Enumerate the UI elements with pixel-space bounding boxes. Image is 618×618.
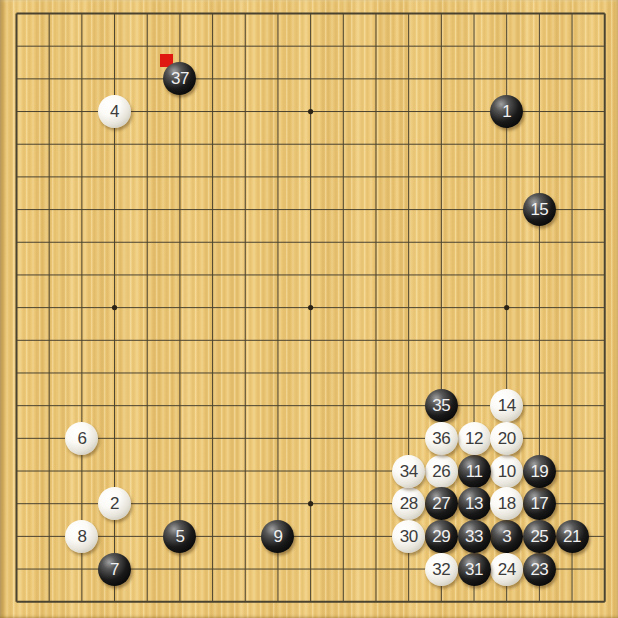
stone-number: 34: [400, 463, 418, 480]
stone-number: 6: [77, 430, 86, 447]
stone-number: 11: [466, 463, 483, 480]
stone-number: 4: [110, 103, 119, 120]
stone-number: 18: [498, 495, 516, 512]
stone-number: 27: [432, 495, 450, 512]
stone-number: 15: [530, 201, 548, 218]
stone-move-27: 27: [425, 487, 458, 520]
stone-move-35: 35: [425, 389, 458, 422]
stone-move-9: 9: [261, 520, 294, 553]
go-board[interactable]: 1234567891011121314151718192021232425262…: [0, 0, 618, 618]
stone-move-8: 8: [65, 520, 98, 553]
stone-move-31: 31: [458, 553, 491, 586]
stone-move-37: 37: [163, 62, 196, 95]
stone-number: 21: [563, 528, 581, 545]
stone-move-2: 2: [98, 487, 131, 520]
stone-move-15: 15: [523, 193, 556, 226]
stone-move-17: 17: [523, 487, 556, 520]
stone-move-14: 14: [490, 389, 523, 422]
stone-move-4: 4: [98, 95, 131, 128]
stone-number: 20: [498, 430, 516, 447]
stone-number: 26: [432, 463, 450, 480]
stone-move-34: 34: [392, 455, 425, 488]
stone-number: 2: [110, 495, 119, 512]
stone-number: 5: [175, 528, 184, 545]
stone-move-21: 21: [556, 520, 589, 553]
stone-move-28: 28: [392, 487, 425, 520]
stone-move-12: 12: [458, 422, 491, 455]
stone-number: 29: [432, 528, 450, 545]
stone-number: 32: [432, 561, 450, 578]
stone-move-18: 18: [490, 487, 523, 520]
stone-move-25: 25: [523, 520, 556, 553]
stone-number: 1: [502, 103, 511, 120]
stone-move-30: 30: [392, 520, 425, 553]
stone-move-33: 33: [458, 520, 491, 553]
stone-move-26: 26: [425, 455, 458, 488]
stone-move-24: 24: [490, 553, 523, 586]
stone-number: 12: [465, 430, 483, 447]
stone-number: 33: [465, 528, 483, 545]
stone-number: 3: [502, 528, 511, 545]
stone-number: 14: [498, 397, 516, 414]
stone-move-11: 11: [458, 455, 491, 488]
stone-move-1: 1: [490, 95, 523, 128]
stone-move-19: 19: [523, 455, 556, 488]
stone-number: 35: [432, 397, 450, 414]
stone-move-29: 29: [425, 520, 458, 553]
stone-move-6: 6: [65, 422, 98, 455]
stone-move-32: 32: [425, 553, 458, 586]
stone-number: 23: [530, 561, 548, 578]
stone-number: 28: [400, 495, 418, 512]
stone-number: 19: [530, 463, 548, 480]
stone-move-20: 20: [490, 422, 523, 455]
stones-layer: 1234567891011121314151718192021232425262…: [0, 0, 618, 618]
stone-move-3: 3: [490, 520, 523, 553]
stone-number: 25: [530, 528, 548, 545]
stone-move-7: 7: [98, 553, 131, 586]
stone-move-23: 23: [523, 553, 556, 586]
stone-number: 9: [273, 528, 282, 545]
stone-number: 24: [498, 561, 516, 578]
stone-number: 7: [110, 561, 119, 578]
stone-number: 31: [465, 561, 483, 578]
stone-move-5: 5: [163, 520, 196, 553]
stone-number: 17: [530, 495, 548, 512]
stone-number: 10: [498, 463, 516, 480]
stone-move-10: 10: [490, 455, 523, 488]
stone-number: 37: [171, 70, 189, 87]
stone-number: 30: [400, 528, 418, 545]
stone-number: 13: [465, 495, 483, 512]
stone-number: 36: [432, 430, 450, 447]
stone-move-13: 13: [458, 487, 491, 520]
stone-move-36: 36: [425, 422, 458, 455]
stone-number: 8: [77, 528, 86, 545]
